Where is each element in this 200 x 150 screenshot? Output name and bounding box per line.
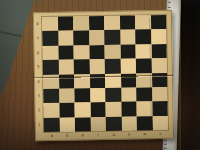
rank-label-2: 2 (34, 103, 43, 118)
square-b3 (59, 88, 75, 103)
square-c6 (73, 45, 89, 60)
table-edge-shadow (181, 0, 200, 150)
square-a8 (42, 17, 58, 32)
square-d6 (89, 45, 105, 60)
square-h6 (151, 44, 167, 59)
square-c3 (74, 88, 90, 103)
square-h5 (151, 58, 167, 73)
square-b6 (58, 45, 74, 60)
square-c7 (73, 31, 89, 46)
square-f3 (121, 87, 137, 102)
square-d7 (89, 30, 105, 45)
ruler-tick (164, 144, 167, 145)
square-a6 (42, 46, 58, 61)
file-label-b: б (59, 132, 75, 141)
rank-label-8: 8 (33, 17, 42, 32)
square-e8 (104, 16, 120, 31)
square-h3 (152, 87, 168, 102)
square-e6 (104, 44, 120, 59)
chessboard: 87654321 абвгдежз (33, 10, 174, 141)
file-labels: абвгдежз (44, 130, 168, 141)
file-label-c: в (75, 131, 91, 140)
square-d1 (90, 117, 106, 132)
file-label-d: г (90, 131, 106, 140)
square-e1 (106, 116, 122, 131)
square-e2 (105, 102, 121, 117)
square-c8 (73, 16, 89, 31)
square-a7 (42, 31, 58, 46)
square-c2 (74, 102, 90, 117)
square-h7 (151, 29, 167, 44)
square-b8 (57, 17, 73, 32)
square-b1 (59, 117, 75, 132)
ruler-tick (164, 148, 167, 149)
rank-label-7: 7 (33, 31, 42, 46)
file-label-e: д (106, 131, 122, 140)
square-d5 (89, 59, 105, 74)
square-c5 (74, 59, 90, 74)
square-d2 (90, 102, 106, 117)
square-e3 (105, 88, 121, 103)
rank-label-6: 6 (33, 46, 42, 61)
rank-label-5: 5 (34, 60, 43, 75)
square-d3 (90, 88, 106, 103)
file-label-f: е (121, 130, 137, 139)
square-h2 (152, 101, 168, 116)
file-label-a: а (44, 132, 60, 141)
square-h8 (150, 15, 166, 30)
square-f1 (121, 116, 137, 131)
square-d8 (88, 16, 104, 31)
rank-label-4: 4 (34, 75, 43, 90)
square-f2 (121, 102, 137, 117)
square-a2 (43, 103, 59, 118)
fabric-crease (0, 31, 30, 39)
square-f5 (120, 59, 136, 74)
rank-label-3: 3 (34, 89, 43, 104)
square-e7 (104, 30, 120, 45)
square-b7 (58, 31, 74, 46)
ruler-tick (168, 7, 171, 8)
square-a3 (43, 89, 59, 104)
square-c1 (75, 117, 91, 132)
file-label-h: з (152, 130, 168, 139)
square-b5 (58, 60, 74, 75)
fabric-object (0, 0, 37, 96)
photo-scene: 87654321 абвгдежз (0, 0, 200, 150)
ruler-tick (164, 139, 167, 140)
square-a1 (44, 117, 60, 132)
square-f6 (120, 44, 136, 59)
rank-label-1: 1 (35, 118, 44, 133)
square-f8 (119, 15, 135, 30)
square-f7 (120, 30, 136, 45)
square-h1 (152, 116, 168, 131)
square-a5 (43, 60, 59, 75)
file-label-g: ж (137, 130, 153, 139)
ruler-tick (168, 2, 171, 3)
square-e5 (105, 59, 121, 74)
square-b2 (59, 103, 75, 118)
